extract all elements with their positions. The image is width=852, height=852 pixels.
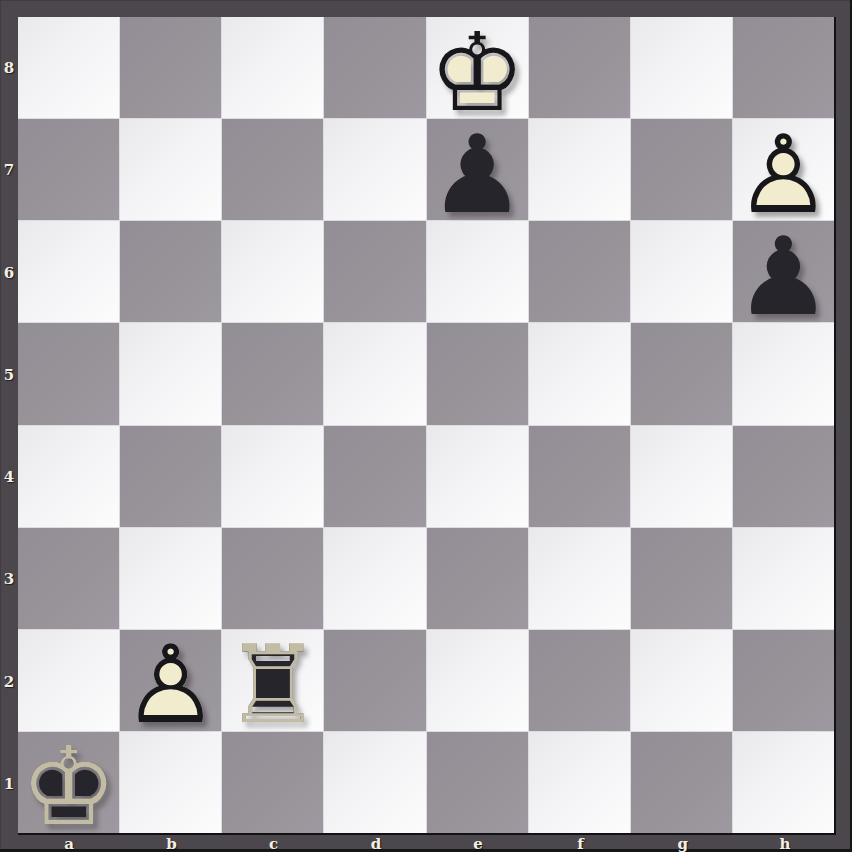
square-c2[interactable]: ♜♖ (222, 630, 323, 731)
white-king-outline: ♔ (427, 22, 528, 123)
square-e2[interactable] (427, 630, 528, 731)
black-rook-outline: ♖ (222, 635, 323, 736)
square-c5[interactable] (222, 323, 323, 424)
square-h5[interactable] (733, 323, 834, 424)
square-d7[interactable] (324, 119, 425, 220)
square-h3[interactable] (733, 528, 834, 629)
square-a5[interactable] (18, 323, 119, 424)
file-label-d: d (325, 836, 427, 851)
square-h2[interactable] (733, 630, 834, 731)
rank-label-5: 5 (0, 324, 18, 426)
black-pawn-glyph: ♟ (733, 226, 834, 327)
square-f2[interactable] (529, 630, 630, 731)
rank-label-2: 2 (0, 631, 18, 733)
square-a8[interactable] (18, 17, 119, 118)
square-f1[interactable] (529, 732, 630, 833)
white-pawn-outline: ♙ (120, 635, 221, 736)
square-c4[interactable] (222, 426, 323, 527)
rank-label-6: 6 (0, 222, 18, 324)
white-pawn-h7[interactable]: ♟♙ (733, 119, 834, 220)
square-a2[interactable] (18, 630, 119, 731)
square-e3[interactable] (427, 528, 528, 629)
file-label-b: b (120, 836, 222, 851)
square-h1[interactable] (733, 732, 834, 833)
file-label-a: a (18, 836, 120, 851)
square-d2[interactable] (324, 630, 425, 731)
rank-label-3: 3 (0, 528, 18, 630)
square-c1[interactable] (222, 732, 323, 833)
file-label-c: c (223, 836, 325, 851)
rank-labels: 87654321 (0, 17, 18, 835)
square-h4[interactable] (733, 426, 834, 527)
white-pawn-b2[interactable]: ♟♙ (120, 630, 221, 731)
black-pawn-glyph: ♟ (427, 124, 528, 225)
square-d8[interactable] (324, 17, 425, 118)
square-a1[interactable]: ♚♔ (18, 732, 119, 833)
square-c3[interactable] (222, 528, 323, 629)
square-g3[interactable] (631, 528, 732, 629)
black-king-outline: ♔ (18, 737, 119, 838)
square-a7[interactable] (18, 119, 119, 220)
black-king-a1[interactable]: ♚♔ (18, 732, 119, 833)
square-c7[interactable] (222, 119, 323, 220)
square-f4[interactable] (529, 426, 630, 527)
square-e4[interactable] (427, 426, 528, 527)
square-e1[interactable] (427, 732, 528, 833)
square-g5[interactable] (631, 323, 732, 424)
square-e5[interactable] (427, 323, 528, 424)
square-a4[interactable] (18, 426, 119, 527)
white-king-e8[interactable]: ♚♔ (427, 17, 528, 118)
square-h7[interactable]: ♟♙ (733, 119, 834, 220)
square-h8[interactable] (733, 17, 834, 118)
square-f3[interactable] (529, 528, 630, 629)
file-label-e: e (427, 836, 529, 851)
square-g6[interactable] (631, 221, 732, 322)
square-a6[interactable] (18, 221, 119, 322)
square-f6[interactable] (529, 221, 630, 322)
rank-label-4: 4 (0, 426, 18, 528)
chess-diagram: 87654321 ♚♔♟♟♙♟♟♙♜♖♚♔ abcdefgh (0, 0, 852, 852)
square-g4[interactable] (631, 426, 732, 527)
rank-label-8: 8 (0, 17, 18, 119)
square-b1[interactable] (120, 732, 221, 833)
square-c8[interactable] (222, 17, 323, 118)
square-g2[interactable] (631, 630, 732, 731)
file-label-f: f (529, 836, 631, 851)
square-h6[interactable]: ♟ (733, 221, 834, 322)
square-d1[interactable] (324, 732, 425, 833)
square-e6[interactable] (427, 221, 528, 322)
square-d5[interactable] (324, 323, 425, 424)
square-b8[interactable] (120, 17, 221, 118)
chess-board: ♚♔♟♟♙♟♟♙♜♖♚♔ (18, 17, 836, 835)
white-pawn-outline: ♙ (733, 124, 834, 225)
black-rook-c2[interactable]: ♜♖ (222, 630, 323, 731)
rank-label-7: 7 (0, 119, 18, 221)
file-labels: abcdefgh (18, 836, 836, 851)
square-g1[interactable] (631, 732, 732, 833)
square-f8[interactable] (529, 17, 630, 118)
square-b4[interactable] (120, 426, 221, 527)
square-b2[interactable]: ♟♙ (120, 630, 221, 731)
square-d3[interactable] (324, 528, 425, 629)
square-f7[interactable] (529, 119, 630, 220)
black-pawn-e7[interactable]: ♟ (427, 119, 528, 220)
square-g7[interactable] (631, 119, 732, 220)
square-c6[interactable] (222, 221, 323, 322)
square-e8[interactable]: ♚♔ (427, 17, 528, 118)
square-a3[interactable] (18, 528, 119, 629)
file-label-g: g (632, 836, 734, 851)
rank-label-1: 1 (0, 733, 18, 835)
square-b6[interactable] (120, 221, 221, 322)
square-d6[interactable] (324, 221, 425, 322)
square-d4[interactable] (324, 426, 425, 527)
black-pawn-h6[interactable]: ♟ (733, 221, 834, 322)
square-f5[interactable] (529, 323, 630, 424)
square-e7[interactable]: ♟ (427, 119, 528, 220)
square-b7[interactable] (120, 119, 221, 220)
square-g8[interactable] (631, 17, 732, 118)
square-b3[interactable] (120, 528, 221, 629)
file-label-h: h (734, 836, 836, 851)
square-b5[interactable] (120, 323, 221, 424)
